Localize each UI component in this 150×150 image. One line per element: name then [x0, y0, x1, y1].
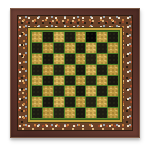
square-b2[interactable]	[43, 97, 53, 107]
square-f5[interactable]	[86, 65, 96, 75]
square-e4[interactable]	[76, 76, 86, 86]
square-a2[interactable]	[32, 97, 42, 107]
square-h2[interactable]	[108, 97, 118, 107]
square-f1[interactable]	[86, 108, 96, 118]
square-b6[interactable]	[43, 54, 53, 64]
square-e3[interactable]	[76, 86, 86, 96]
photo-background	[0, 0, 150, 150]
square-e5[interactable]	[76, 65, 86, 75]
square-f6[interactable]	[86, 54, 96, 64]
square-b1[interactable]	[43, 108, 53, 118]
square-f7[interactable]	[86, 43, 96, 53]
square-h7[interactable]	[108, 43, 118, 53]
square-g7[interactable]	[97, 43, 107, 53]
square-a4[interactable]	[32, 76, 42, 86]
square-a3[interactable]	[32, 86, 42, 96]
square-c7[interactable]	[54, 43, 64, 53]
square-c8[interactable]	[54, 32, 64, 42]
square-b4[interactable]	[43, 76, 53, 86]
square-d4[interactable]	[65, 76, 75, 86]
chessboard-frame	[10, 8, 140, 138]
square-d8[interactable]	[65, 32, 75, 42]
square-d2[interactable]	[65, 97, 75, 107]
square-d3[interactable]	[65, 86, 75, 96]
square-g1[interactable]	[97, 108, 107, 118]
square-h8[interactable]	[108, 32, 118, 42]
square-b5[interactable]	[43, 65, 53, 75]
square-d6[interactable]	[65, 54, 75, 64]
square-h4[interactable]	[108, 76, 118, 86]
square-e1[interactable]	[76, 108, 86, 118]
square-e7[interactable]	[76, 43, 86, 53]
square-a5[interactable]	[32, 65, 42, 75]
square-h6[interactable]	[108, 54, 118, 64]
square-e6[interactable]	[76, 54, 86, 64]
square-h3[interactable]	[108, 86, 118, 96]
square-f4[interactable]	[86, 76, 96, 86]
square-b8[interactable]	[43, 32, 53, 42]
square-c3[interactable]	[54, 86, 64, 96]
square-h5[interactable]	[108, 65, 118, 75]
square-g8[interactable]	[97, 32, 107, 42]
square-f2[interactable]	[86, 97, 96, 107]
square-a1[interactable]	[32, 108, 42, 118]
square-b3[interactable]	[43, 86, 53, 96]
square-c1[interactable]	[54, 108, 64, 118]
square-g4[interactable]	[97, 76, 107, 86]
square-f8[interactable]	[86, 32, 96, 42]
square-a6[interactable]	[32, 54, 42, 64]
square-e8[interactable]	[76, 32, 86, 42]
square-c6[interactable]	[54, 54, 64, 64]
square-a7[interactable]	[32, 43, 42, 53]
square-f3[interactable]	[86, 86, 96, 96]
square-d1[interactable]	[65, 108, 75, 118]
square-a8[interactable]	[32, 32, 42, 42]
square-c2[interactable]	[54, 97, 64, 107]
square-e2[interactable]	[76, 97, 86, 107]
square-c4[interactable]	[54, 76, 64, 86]
square-g6[interactable]	[97, 54, 107, 64]
square-c5[interactable]	[54, 65, 64, 75]
square-d5[interactable]	[65, 65, 75, 75]
chessboard[interactable]	[30, 30, 120, 120]
square-g5[interactable]	[97, 65, 107, 75]
square-b7[interactable]	[43, 43, 53, 53]
square-g2[interactable]	[97, 97, 107, 107]
square-d7[interactable]	[65, 43, 75, 53]
square-h1[interactable]	[108, 108, 118, 118]
square-g3[interactable]	[97, 86, 107, 96]
